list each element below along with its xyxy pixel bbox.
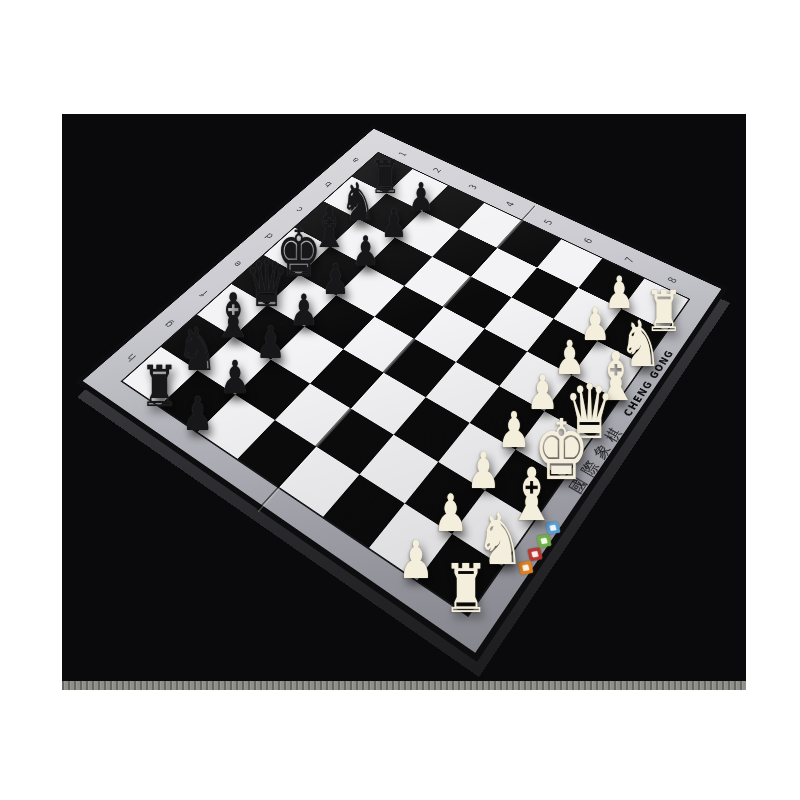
black-backdrop: a1b2c3d4e5f6g7h8 國際象棋 CHENG GONG ♜♞♝♛♚♝♞… [62, 114, 746, 690]
rank-label-8: 8 [665, 275, 679, 284]
file-label-a: a [350, 156, 361, 164]
file-label-c: c [294, 205, 306, 214]
sticker-tile-2 [527, 547, 543, 561]
rank-label-5: 5 [542, 218, 555, 226]
rank-label-7: 7 [623, 256, 637, 265]
file-label-d: d [263, 231, 276, 241]
sticker-tile-0 [545, 521, 561, 535]
sticker-tile-3 [517, 560, 533, 575]
table-surface-strip [62, 681, 746, 690]
checkered-area [120, 152, 690, 617]
rank-label-3: 3 [467, 183, 480, 191]
file-label-h: h [124, 351, 139, 363]
rank-label-4: 4 [503, 200, 516, 208]
file-label-f: f [199, 288, 211, 297]
rank-label-2: 2 [431, 166, 444, 174]
rank-label-1: 1 [397, 150, 409, 157]
product-photo: a1b2c3d4e5f6g7h8 國際象棋 CHENG GONG ♜♞♝♛♚♝♞… [0, 0, 800, 800]
file-label-b: b [322, 180, 334, 189]
file-label-e: e [231, 259, 244, 269]
sticker-tile-1 [536, 534, 552, 548]
chess-board: a1b2c3d4e5f6g7h8 國際象棋 CHENG GONG [75, 125, 728, 662]
rank-label-6: 6 [581, 236, 595, 245]
file-label-g: g [162, 318, 176, 329]
